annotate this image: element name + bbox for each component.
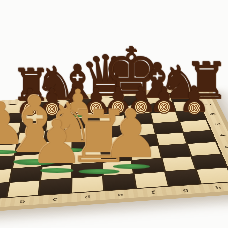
piece-light-pawn-a2[interactable]: ♟ <box>0 95 27 153</box>
light-pawn-glyph: ♟ <box>0 95 27 153</box>
spiral-shield-icon <box>187 101 201 115</box>
piece-dark-pawn-h7[interactable]: ♟ <box>178 82 209 117</box>
pieces-layer: ♜♞♝♛♚♝♞♜♟♟♟♟♟♟♟♟♟♞♝♟♜♟♟ <box>0 0 228 228</box>
piece-light-pawn-c2[interactable]: ♟ <box>101 102 160 168</box>
light-pawn-glyph: ♟ <box>101 102 160 168</box>
chess-set-photo-scene: abcdefgh 87654321 ♜♞♝♛♚♝♞♜♟♟♟♟♟♟♟♟♟♞♝♟♜♟… <box>0 0 228 228</box>
